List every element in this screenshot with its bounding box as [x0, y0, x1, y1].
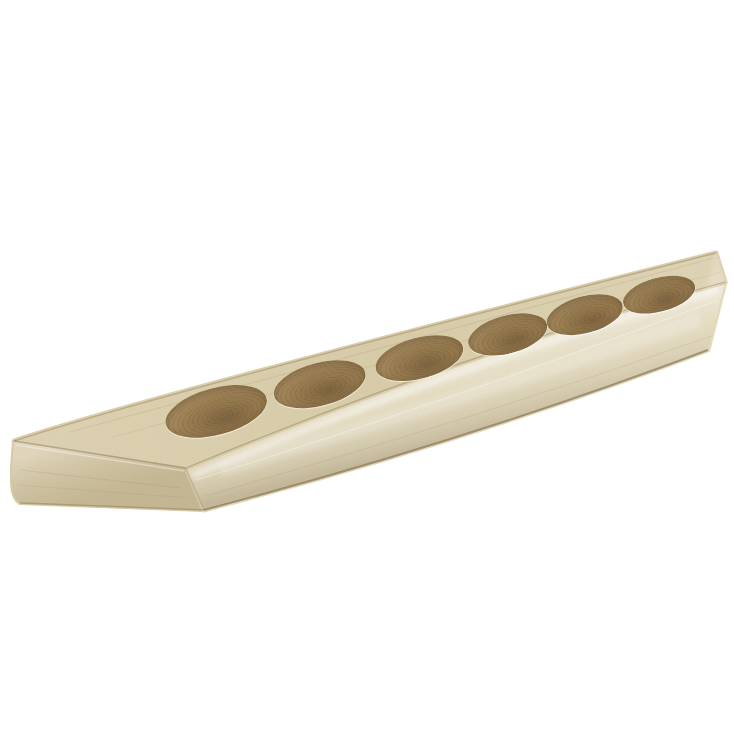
pit-5[interactable] [542, 286, 627, 342]
photo-canvas [0, 0, 734, 734]
pit-2[interactable] [269, 351, 371, 416]
pit-3-seeds [370, 326, 467, 388]
pit-4[interactable] [464, 306, 552, 363]
pit-4-seeds [464, 306, 552, 363]
pit-6-seeds [619, 269, 699, 321]
pit-5-seeds [542, 286, 627, 342]
pit-3[interactable] [370, 326, 467, 388]
pit-1-seeds [160, 375, 273, 447]
pit-2-seeds [269, 351, 371, 416]
pit-6[interactable] [619, 269, 699, 321]
pit-1[interactable] [160, 375, 273, 447]
